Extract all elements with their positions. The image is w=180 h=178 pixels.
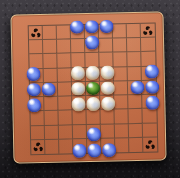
- cell-g7[interactable]: [114, 109, 128, 124]
- cell-g2[interactable]: [113, 38, 127, 53]
- cell-b7[interactable]: [44, 111, 58, 126]
- cell-d6[interactable]: [72, 96, 86, 111]
- attacker-piece[interactable]: [27, 98, 41, 112]
- cell-f1[interactable]: [99, 24, 113, 39]
- cell-a9[interactable]: [31, 140, 45, 155]
- cell-i7[interactable]: [142, 109, 156, 124]
- cell-c7[interactable]: [58, 111, 72, 126]
- cell-i1[interactable]: [141, 24, 155, 39]
- cell-d9[interactable]: [73, 139, 87, 154]
- cell-c8[interactable]: [59, 125, 73, 140]
- attacker-piece[interactable]: [87, 143, 101, 157]
- cell-h3[interactable]: [127, 52, 141, 67]
- attacker-piece[interactable]: [145, 80, 159, 94]
- cell-d8[interactable]: [73, 125, 87, 140]
- attacker-piece[interactable]: [41, 82, 55, 96]
- cell-b2[interactable]: [43, 40, 57, 55]
- attacker-piece[interactable]: [26, 67, 40, 81]
- cell-h7[interactable]: [128, 109, 142, 124]
- cell-g5[interactable]: [114, 81, 128, 96]
- cell-h5[interactable]: [128, 81, 142, 96]
- cell-b3[interactable]: [43, 54, 57, 69]
- cell-b9[interactable]: [45, 139, 59, 154]
- tafl-board: [10, 11, 166, 163]
- cell-i4[interactable]: [142, 66, 156, 81]
- cell-h8[interactable]: [129, 123, 143, 138]
- cell-h1[interactable]: [127, 24, 141, 39]
- attacker-piece[interactable]: [99, 20, 113, 34]
- attacker-piece[interactable]: [130, 81, 144, 95]
- attacker-piece[interactable]: [72, 144, 86, 158]
- cell-g4[interactable]: [114, 67, 128, 82]
- defender-piece[interactable]: [71, 66, 85, 80]
- king-piece[interactable]: [86, 81, 100, 95]
- defender-piece[interactable]: [101, 96, 115, 110]
- cell-e4[interactable]: [86, 67, 100, 82]
- board-grid: [28, 23, 159, 156]
- triskelion-icon: [29, 26, 43, 40]
- cell-f2[interactable]: [99, 39, 113, 54]
- cell-d4[interactable]: [72, 68, 86, 83]
- attacker-piece[interactable]: [70, 20, 84, 34]
- triskelion-icon: [31, 140, 45, 154]
- cell-b8[interactable]: [45, 125, 59, 140]
- defender-piece[interactable]: [100, 66, 114, 80]
- cell-c6[interactable]: [58, 96, 72, 111]
- cell-g1[interactable]: [113, 24, 127, 39]
- cell-g9[interactable]: [115, 138, 129, 153]
- cell-g6[interactable]: [114, 95, 128, 110]
- attacker-piece[interactable]: [85, 35, 99, 49]
- cell-e8[interactable]: [87, 124, 101, 139]
- cell-b5[interactable]: [44, 83, 58, 98]
- cell-c3[interactable]: [57, 54, 71, 69]
- cell-b1[interactable]: [43, 26, 57, 41]
- attacker-piece[interactable]: [145, 65, 159, 79]
- cell-d5[interactable]: [72, 82, 86, 97]
- attacker-piece[interactable]: [146, 96, 160, 110]
- cell-h6[interactable]: [128, 95, 142, 110]
- cell-i8[interactable]: [143, 123, 157, 138]
- cell-i9[interactable]: [143, 137, 157, 152]
- cell-i2[interactable]: [141, 38, 155, 53]
- cell-a7[interactable]: [30, 111, 44, 126]
- defender-piece[interactable]: [101, 81, 115, 95]
- cell-h9[interactable]: [129, 138, 143, 153]
- cell-c2[interactable]: [57, 40, 71, 55]
- cell-d1[interactable]: [71, 25, 85, 40]
- triskelion-icon: [143, 137, 157, 151]
- cell-e7[interactable]: [86, 110, 100, 125]
- attacker-piece[interactable]: [87, 128, 101, 142]
- cell-d2[interactable]: [71, 39, 85, 54]
- cell-a1[interactable]: [29, 26, 43, 41]
- cell-c4[interactable]: [58, 68, 72, 83]
- cell-a6[interactable]: [30, 97, 44, 112]
- cell-c9[interactable]: [59, 139, 73, 154]
- attacker-piece[interactable]: [85, 20, 99, 34]
- defender-piece[interactable]: [71, 97, 85, 111]
- cell-h2[interactable]: [127, 38, 141, 53]
- cell-f4[interactable]: [100, 67, 114, 82]
- cell-g8[interactable]: [115, 124, 129, 139]
- attacker-piece[interactable]: [27, 83, 41, 97]
- cell-d7[interactable]: [72, 110, 86, 125]
- cell-e5[interactable]: [86, 82, 100, 97]
- defender-piece[interactable]: [86, 66, 100, 80]
- cell-b6[interactable]: [44, 97, 58, 112]
- cell-f9[interactable]: [101, 138, 115, 153]
- cell-e2[interactable]: [85, 39, 99, 54]
- photo-scene: [0, 0, 180, 178]
- cell-c1[interactable]: [57, 25, 71, 40]
- triskelion-icon: [141, 23, 155, 37]
- cell-e6[interactable]: [86, 96, 100, 111]
- cell-a2[interactable]: [29, 40, 43, 55]
- cell-f5[interactable]: [100, 81, 114, 96]
- cell-b4[interactable]: [44, 68, 58, 83]
- cell-g3[interactable]: [113, 53, 127, 68]
- cell-c5[interactable]: [58, 82, 72, 97]
- cell-f6[interactable]: [100, 96, 114, 111]
- cell-a4[interactable]: [30, 69, 44, 84]
- defender-piece[interactable]: [86, 97, 100, 111]
- defender-piece[interactable]: [71, 82, 85, 96]
- cell-i6[interactable]: [142, 95, 156, 110]
- cell-f7[interactable]: [100, 110, 114, 125]
- cell-f8[interactable]: [101, 124, 115, 139]
- cell-h4[interactable]: [128, 67, 142, 82]
- cell-a8[interactable]: [31, 125, 45, 140]
- attacker-piece[interactable]: [102, 143, 116, 157]
